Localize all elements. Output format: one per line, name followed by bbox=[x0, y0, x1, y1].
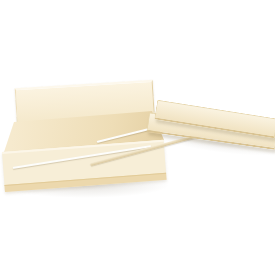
product-photo bbox=[0, 0, 275, 275]
